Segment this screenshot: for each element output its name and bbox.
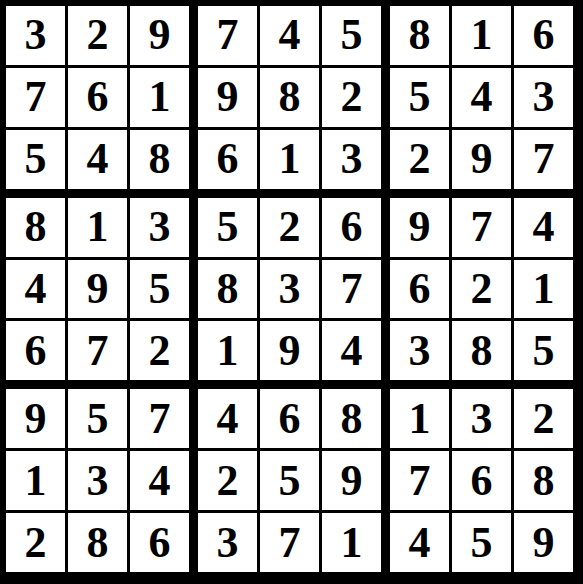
sudoku-board-wrapper: 3297458167619825435486132978135269744958… xyxy=(0,0,583,584)
cell-r8c8[interactable]: 6 xyxy=(452,451,511,510)
cell-r1c3[interactable]: 9 xyxy=(130,6,189,65)
cell-r5c5[interactable]: 3 xyxy=(260,260,319,319)
cell-r2c7[interactable]: 5 xyxy=(390,68,449,127)
cell-r7c9[interactable]: 2 xyxy=(514,389,573,448)
cell-r4c6[interactable]: 6 xyxy=(322,198,381,257)
cell-r2c3[interactable]: 1 xyxy=(130,68,189,127)
cell-r3c7[interactable]: 2 xyxy=(390,130,449,189)
cell-r8c4[interactable]: 2 xyxy=(198,451,257,510)
cell-r9c7[interactable]: 4 xyxy=(390,513,449,572)
cell-r6c8[interactable]: 8 xyxy=(452,321,511,380)
cell-r8c7[interactable]: 7 xyxy=(390,451,449,510)
cell-r4c1[interactable]: 8 xyxy=(6,198,65,257)
cell-r3c2[interactable]: 4 xyxy=(68,130,127,189)
cell-r8c1[interactable]: 1 xyxy=(6,451,65,510)
cell-r4c9[interactable]: 4 xyxy=(514,198,573,257)
cell-r3c8[interactable]: 9 xyxy=(452,130,511,189)
cell-r1c8[interactable]: 1 xyxy=(452,6,511,65)
cell-r2c6[interactable]: 2 xyxy=(322,68,381,127)
cell-r2c4[interactable]: 9 xyxy=(198,68,257,127)
cell-r6c7[interactable]: 3 xyxy=(390,321,449,380)
cell-r4c4[interactable]: 5 xyxy=(198,198,257,257)
cell-r6c5[interactable]: 9 xyxy=(260,321,319,380)
cell-r1c6[interactable]: 5 xyxy=(322,6,381,65)
cell-r2c5[interactable]: 8 xyxy=(260,68,319,127)
cell-r7c8[interactable]: 3 xyxy=(452,389,511,448)
cell-r7c2[interactable]: 5 xyxy=(68,389,127,448)
cell-r1c7[interactable]: 8 xyxy=(390,6,449,65)
cell-r5c2[interactable]: 9 xyxy=(68,260,127,319)
cell-r5c1[interactable]: 4 xyxy=(6,260,65,319)
cell-r4c2[interactable]: 1 xyxy=(68,198,127,257)
cell-r7c1[interactable]: 9 xyxy=(6,389,65,448)
sudoku-board: 3297458167619825435486132978135269744958… xyxy=(0,0,583,584)
cell-r5c8[interactable]: 2 xyxy=(452,260,511,319)
cell-r9c3[interactable]: 6 xyxy=(130,513,189,572)
cell-r7c6[interactable]: 8 xyxy=(322,389,381,448)
cell-r5c4[interactable]: 8 xyxy=(198,260,257,319)
cell-r4c8[interactable]: 7 xyxy=(452,198,511,257)
cell-r1c2[interactable]: 2 xyxy=(68,6,127,65)
cell-r5c6[interactable]: 7 xyxy=(322,260,381,319)
cell-r7c7[interactable]: 1 xyxy=(390,389,449,448)
cell-r4c3[interactable]: 3 xyxy=(130,198,189,257)
cell-r1c5[interactable]: 4 xyxy=(260,6,319,65)
cell-r4c7[interactable]: 9 xyxy=(390,198,449,257)
cell-r1c4[interactable]: 7 xyxy=(198,6,257,65)
cell-r6c6[interactable]: 4 xyxy=(322,321,381,380)
cell-r6c3[interactable]: 2 xyxy=(130,321,189,380)
cell-r7c4[interactable]: 4 xyxy=(198,389,257,448)
cell-r2c2[interactable]: 6 xyxy=(68,68,127,127)
cell-r5c7[interactable]: 6 xyxy=(390,260,449,319)
cell-r9c6[interactable]: 1 xyxy=(322,513,381,572)
cell-r4c5[interactable]: 2 xyxy=(260,198,319,257)
cell-r8c2[interactable]: 3 xyxy=(68,451,127,510)
cell-r8c6[interactable]: 9 xyxy=(322,451,381,510)
cell-r8c9[interactable]: 8 xyxy=(514,451,573,510)
cell-r3c3[interactable]: 8 xyxy=(130,130,189,189)
cell-r3c6[interactable]: 3 xyxy=(322,130,381,189)
cell-r9c5[interactable]: 7 xyxy=(260,513,319,572)
cell-r9c4[interactable]: 3 xyxy=(198,513,257,572)
cell-r1c1[interactable]: 3 xyxy=(6,6,65,65)
cell-r6c1[interactable]: 6 xyxy=(6,321,65,380)
cell-r5c3[interactable]: 5 xyxy=(130,260,189,319)
cell-r2c8[interactable]: 4 xyxy=(452,68,511,127)
cell-r1c9[interactable]: 6 xyxy=(514,6,573,65)
cell-r9c2[interactable]: 8 xyxy=(68,513,127,572)
cell-r6c9[interactable]: 5 xyxy=(514,321,573,380)
cell-r8c3[interactable]: 4 xyxy=(130,451,189,510)
cell-r3c1[interactable]: 5 xyxy=(6,130,65,189)
cell-r9c1[interactable]: 2 xyxy=(6,513,65,572)
cell-r7c5[interactable]: 6 xyxy=(260,389,319,448)
cell-r9c8[interactable]: 5 xyxy=(452,513,511,572)
cell-r3c4[interactable]: 6 xyxy=(198,130,257,189)
cell-r8c5[interactable]: 5 xyxy=(260,451,319,510)
cell-r9c9[interactable]: 9 xyxy=(514,513,573,572)
cell-r6c2[interactable]: 7 xyxy=(68,321,127,380)
cell-r3c5[interactable]: 1 xyxy=(260,130,319,189)
cell-r2c9[interactable]: 3 xyxy=(514,68,573,127)
cell-r7c3[interactable]: 7 xyxy=(130,389,189,448)
cell-r5c9[interactable]: 1 xyxy=(514,260,573,319)
cell-r6c4[interactable]: 1 xyxy=(198,321,257,380)
cell-r2c1[interactable]: 7 xyxy=(6,68,65,127)
cell-r3c9[interactable]: 7 xyxy=(514,130,573,189)
